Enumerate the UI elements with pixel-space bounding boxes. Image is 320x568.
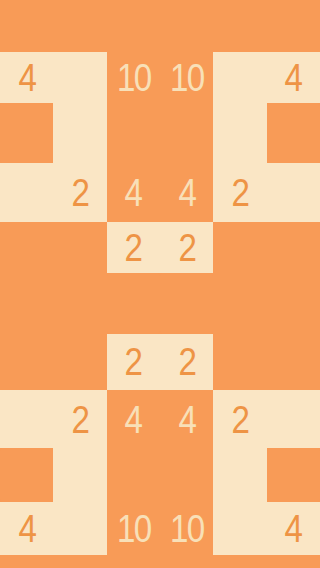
cell-number: 2: [178, 228, 195, 267]
cell-r7-c4[interactable]: 2: [213, 390, 266, 448]
cell-r8-c2[interactable]: [107, 448, 160, 501]
cell-r5-c3[interactable]: [160, 273, 213, 334]
cell-r0-c4[interactable]: [213, 0, 266, 52]
cell-r10-c0[interactable]: [0, 555, 53, 568]
cell-number: 2: [72, 173, 89, 212]
cell-r0-c5[interactable]: [267, 0, 320, 52]
cell-r2-c3[interactable]: [160, 103, 213, 163]
cell-number: 4: [178, 173, 195, 212]
cell-number: 4: [125, 400, 142, 439]
cell-r10-c5[interactable]: [267, 555, 320, 568]
cell-number: 10: [170, 58, 203, 97]
cell-r3-c4[interactable]: 2: [213, 163, 266, 222]
cell-number: 4: [285, 509, 302, 548]
cell-r3-c3[interactable]: 4: [160, 163, 213, 222]
cell-r5-c0[interactable]: [0, 273, 53, 334]
cell-r0-c0[interactable]: [0, 0, 53, 52]
cell-number: 10: [117, 509, 150, 548]
cell-r9-c5[interactable]: 4: [267, 502, 320, 555]
cell-number: 4: [125, 173, 142, 212]
cell-r2-c4[interactable]: [213, 103, 266, 163]
cell-r3-c1[interactable]: 2: [53, 163, 106, 222]
cell-r1-c4[interactable]: [213, 52, 266, 103]
cell-r9-c1[interactable]: [53, 502, 106, 555]
cell-r7-c1[interactable]: 2: [53, 390, 106, 448]
cell-r2-c2[interactable]: [107, 103, 160, 163]
game-screen: 410104244222222442410104: [0, 0, 320, 568]
cell-r3-c0[interactable]: [0, 163, 53, 222]
cell-number: 4: [18, 58, 35, 97]
cell-r4-c3[interactable]: 2: [160, 222, 213, 273]
cell-r6-c3[interactable]: 2: [160, 334, 213, 390]
cell-r2-c1[interactable]: [53, 103, 106, 163]
cell-number: 2: [125, 228, 142, 267]
cell-r7-c3[interactable]: 4: [160, 390, 213, 448]
cell-r10-c3[interactable]: [160, 555, 213, 568]
cell-number: 4: [18, 509, 35, 548]
cell-r0-c3[interactable]: [160, 0, 213, 52]
cell-r8-c0[interactable]: [0, 448, 53, 501]
cell-r1-c5[interactable]: 4: [267, 52, 320, 103]
cell-r8-c4[interactable]: [213, 448, 266, 501]
cell-r8-c3[interactable]: [160, 448, 213, 501]
cell-number: 2: [178, 342, 195, 381]
cell-r0-c1[interactable]: [53, 0, 106, 52]
cell-r9-c3[interactable]: 10: [160, 502, 213, 555]
cell-number: 2: [72, 400, 89, 439]
cell-r6-c0[interactable]: [0, 334, 53, 390]
cell-r4-c4[interactable]: [213, 222, 266, 273]
cell-r5-c1[interactable]: [53, 273, 106, 334]
cell-number: 10: [117, 58, 150, 97]
cell-r6-c5[interactable]: [267, 334, 320, 390]
cell-r7-c2[interactable]: 4: [107, 390, 160, 448]
cell-r5-c2[interactable]: [107, 273, 160, 334]
cell-number: 4: [178, 400, 195, 439]
cell-r2-c0[interactable]: [0, 103, 53, 163]
cell-r9-c2[interactable]: 10: [107, 502, 160, 555]
cell-r3-c5[interactable]: [267, 163, 320, 222]
cell-number: 10: [170, 509, 203, 548]
cell-r8-c5[interactable]: [267, 448, 320, 501]
cell-r1-c1[interactable]: [53, 52, 106, 103]
cell-r4-c2[interactable]: 2: [107, 222, 160, 273]
cell-r6-c2[interactable]: 2: [107, 334, 160, 390]
cell-r4-c0[interactable]: [0, 222, 53, 273]
cell-r1-c0[interactable]: 4: [0, 52, 53, 103]
cell-number: 4: [285, 58, 302, 97]
cell-r2-c5[interactable]: [267, 103, 320, 163]
cell-r0-c2[interactable]: [107, 0, 160, 52]
cell-r6-c1[interactable]: [53, 334, 106, 390]
cell-number: 2: [232, 400, 249, 439]
cell-number: 2: [232, 173, 249, 212]
cell-r7-c5[interactable]: [267, 390, 320, 448]
cell-r9-c0[interactable]: 4: [0, 502, 53, 555]
cell-r5-c4[interactable]: [213, 273, 266, 334]
cell-r3-c2[interactable]: 4: [107, 163, 160, 222]
cell-r5-c5[interactable]: [267, 273, 320, 334]
cell-r10-c2[interactable]: [107, 555, 160, 568]
cell-r1-c2[interactable]: 10: [107, 52, 160, 103]
cell-r10-c4[interactable]: [213, 555, 266, 568]
cell-r9-c4[interactable]: [213, 502, 266, 555]
cell-r8-c1[interactable]: [53, 448, 106, 501]
cell-r1-c3[interactable]: 10: [160, 52, 213, 103]
cell-r10-c1[interactable]: [53, 555, 106, 568]
cell-r4-c5[interactable]: [267, 222, 320, 273]
cell-r6-c4[interactable]: [213, 334, 266, 390]
cell-number: 2: [125, 342, 142, 381]
cell-r7-c0[interactable]: [0, 390, 53, 448]
cell-r4-c1[interactable]: [53, 222, 106, 273]
